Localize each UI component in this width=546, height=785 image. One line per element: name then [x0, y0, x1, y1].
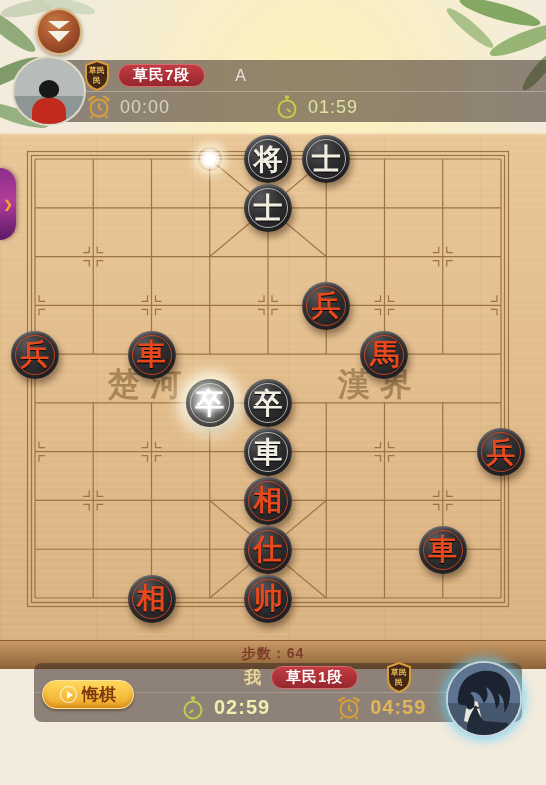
- drawer-arrow-icon: ❯: [3, 198, 12, 211]
- piece-black-soldier[interactable]: 卒: [244, 379, 292, 427]
- undo-play-icon: [60, 686, 77, 703]
- piece-red-chariot[interactable]: 車: [128, 331, 176, 379]
- player-rank-badge-icon: 草民 民: [386, 662, 412, 693]
- opponent-avatar-figure: [39, 80, 59, 98]
- stopwatch-icon: [180, 695, 206, 721]
- piece-red-general[interactable]: 帅: [244, 575, 292, 623]
- player-name-pill: 草民1段: [271, 666, 358, 689]
- piece-red-soldier[interactable]: 兵: [11, 331, 59, 379]
- undo-button-label: 悔棋: [82, 683, 116, 706]
- svg-text:民: 民: [395, 678, 403, 687]
- player-avatar[interactable]: [446, 661, 522, 737]
- piece-red-elephant[interactable]: 相: [128, 575, 176, 623]
- piece-black-general[interactable]: 将: [244, 135, 292, 183]
- move-counter-value: 64: [287, 645, 305, 661]
- opponent-suffix: A: [235, 67, 246, 85]
- side-drawer-handle[interactable]: ❯: [0, 168, 16, 240]
- double-chevron-down-icon: [45, 19, 73, 45]
- move-counter: 步数：64: [0, 645, 546, 663]
- move-counter-label: 步数：: [242, 645, 287, 661]
- piece-black-advisor[interactable]: 士: [244, 184, 292, 232]
- last-move-origin-marker: [198, 147, 222, 171]
- opponent-rank-badge-icon: 草民 民: [84, 60, 110, 91]
- board-piece-grid[interactable]: 将士士卒卒車兵兵車馬兵相仕車相帅: [6, 135, 530, 623]
- piece-red-soldier[interactable]: 兵: [477, 428, 525, 476]
- svg-text:民: 民: [93, 76, 101, 85]
- opponent-avatar[interactable]: [12, 56, 86, 126]
- svg-text:草民: 草民: [390, 668, 407, 677]
- xiangqi-game-screen: { "game": "xiangqi", "position": { "fen"…: [0, 0, 546, 785]
- piece-black-chariot[interactable]: 車: [244, 428, 292, 476]
- piece-red-chariot[interactable]: 車: [419, 526, 467, 574]
- player-avatar-art: [448, 663, 520, 735]
- opponent-total-time: 00:00: [120, 97, 170, 118]
- undo-move-button[interactable]: 悔棋: [42, 680, 134, 709]
- piece-red-advisor[interactable]: 仕: [244, 526, 292, 574]
- piece-black-soldier[interactable]: 卒: [186, 379, 234, 427]
- opponent-info-bar: 草民 民 草民7段 A 00:00 01:59: [34, 60, 546, 122]
- piece-red-soldier[interactable]: 兵: [302, 282, 350, 330]
- opponent-name-pill: 草民7段: [118, 64, 205, 87]
- piece-red-horse[interactable]: 馬: [360, 331, 408, 379]
- svg-text:草民: 草民: [88, 66, 105, 75]
- alarm-clock-icon: [86, 94, 112, 120]
- alarm-clock-icon: [336, 695, 362, 721]
- piece-black-advisor[interactable]: 士: [302, 135, 350, 183]
- piece-red-elephant[interactable]: 相: [244, 477, 292, 525]
- stopwatch-icon: [274, 94, 300, 120]
- collapse-button[interactable]: [36, 8, 82, 55]
- me-label: 我: [244, 666, 261, 689]
- player-total-time: 04:59: [370, 696, 426, 719]
- player-move-time: 02:59: [214, 696, 270, 719]
- opponent-move-time: 01:59: [308, 97, 358, 118]
